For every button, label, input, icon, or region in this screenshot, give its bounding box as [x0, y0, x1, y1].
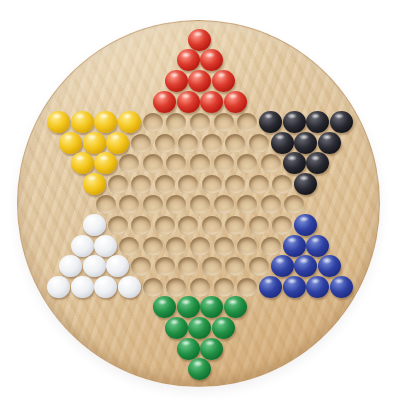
marble-blue[interactable] [330, 276, 353, 298]
board-hole[interactable] [65, 133, 77, 154]
marble-green[interactable] [177, 296, 200, 318]
hole-recess [214, 195, 234, 214]
hole-recess [155, 257, 175, 276]
marble-yellow[interactable] [83, 132, 106, 154]
board-hole[interactable] [335, 112, 347, 133]
hole-recess [166, 154, 186, 173]
hole-recess [143, 113, 163, 132]
board-hole[interactable] [53, 277, 65, 298]
marble-black[interactable] [283, 152, 306, 174]
hole-recess [190, 278, 210, 297]
board-hole[interactable] [124, 112, 136, 133]
marble-black[interactable] [271, 132, 294, 154]
board-hole[interactable] [241, 277, 253, 298]
hole-recess [249, 257, 269, 276]
marble-white[interactable] [83, 214, 106, 236]
hole-recess [225, 134, 245, 153]
board-hole[interactable] [147, 195, 159, 216]
board-hole[interactable] [171, 71, 183, 92]
board-hole[interactable] [112, 215, 124, 236]
board-hole[interactable] [241, 112, 253, 133]
board-hole[interactable] [159, 298, 171, 319]
board-hole[interactable] [112, 133, 124, 154]
chinese-checkers-board [17, 20, 380, 387]
board-hole[interactable] [229, 298, 241, 319]
board-hole[interactable] [159, 256, 171, 277]
board-hole[interactable] [194, 359, 206, 380]
marble-red[interactable] [212, 70, 235, 92]
board-hole[interactable] [124, 277, 136, 298]
board-hole[interactable] [288, 154, 300, 175]
hole-recess [119, 154, 139, 173]
board-hole[interactable] [88, 256, 100, 277]
hole-recess [166, 237, 186, 256]
board-hole[interactable] [77, 154, 89, 175]
board-hole[interactable] [265, 277, 277, 298]
marble-black[interactable] [318, 132, 341, 154]
board-hole[interactable] [182, 174, 194, 195]
marble-red[interactable] [224, 91, 247, 113]
marble-green[interactable] [177, 338, 200, 360]
hole-recess [178, 175, 198, 194]
board-hole[interactable] [276, 256, 288, 277]
hole-recess [237, 237, 257, 256]
board-hole[interactable] [88, 174, 100, 195]
marble-blue[interactable] [294, 214, 317, 236]
board-hole[interactable] [159, 215, 171, 236]
board-hole[interactable] [112, 256, 124, 277]
hole-recess [237, 113, 257, 132]
marble-blue[interactable] [306, 235, 329, 257]
board-hole[interactable] [265, 112, 277, 133]
board-hole[interactable] [182, 133, 194, 154]
marble-blue[interactable] [259, 276, 282, 298]
hole-recess [225, 175, 245, 194]
marble-black[interactable] [306, 152, 329, 174]
marble-white[interactable] [106, 255, 129, 277]
marble-white[interactable] [118, 276, 141, 298]
hole-recess [143, 237, 163, 256]
board-hole[interactable] [218, 112, 230, 133]
board-hole[interactable] [206, 339, 218, 360]
marble-white[interactable] [94, 276, 117, 298]
marble-blue[interactable] [318, 255, 341, 277]
marble-yellow[interactable] [118, 111, 141, 133]
board-hole[interactable] [312, 112, 324, 133]
hole-recess [131, 134, 151, 153]
board-hole[interactable] [53, 112, 65, 133]
board-hole[interactable] [100, 236, 112, 257]
marble-white[interactable] [94, 235, 117, 257]
hole-recess [202, 175, 222, 194]
marble-black[interactable] [283, 111, 306, 133]
board-hole[interactable] [323, 133, 335, 154]
board-hole[interactable] [182, 92, 194, 113]
board-hole[interactable] [77, 277, 89, 298]
hole-recess [143, 195, 163, 214]
board-hole[interactable] [300, 174, 312, 195]
board-hole[interactable] [206, 92, 218, 113]
hole-recess [155, 216, 175, 235]
hole-recess [261, 195, 281, 214]
marble-white[interactable] [83, 255, 106, 277]
board-hole[interactable] [182, 256, 194, 277]
marble-blue[interactable] [271, 255, 294, 277]
board-hole[interactable] [135, 256, 147, 277]
marble-red[interactable] [177, 91, 200, 113]
marble-blue[interactable] [283, 276, 306, 298]
marble-black[interactable] [330, 111, 353, 133]
hole-recess [143, 278, 163, 297]
hole-recess [202, 257, 222, 276]
board-hole[interactable] [100, 195, 112, 216]
board-hole[interactable] [147, 154, 159, 175]
board-hole[interactable] [241, 154, 253, 175]
marble-yellow[interactable] [94, 111, 117, 133]
marble-red[interactable] [188, 29, 211, 51]
board-hole[interactable] [159, 174, 171, 195]
hole-recess [214, 154, 234, 173]
board-hole[interactable] [147, 236, 159, 257]
hole-recess [131, 216, 151, 235]
marble-white[interactable] [71, 235, 94, 257]
board-hole[interactable] [182, 215, 194, 236]
marble-yellow[interactable] [71, 111, 94, 133]
hole-recess [190, 237, 210, 256]
board-hole[interactable] [194, 30, 206, 51]
board-hole[interactable] [229, 256, 241, 277]
board-hole[interactable] [171, 154, 183, 175]
marble-yellow[interactable] [71, 152, 94, 174]
hole-recess [284, 195, 304, 214]
board-hole[interactable] [206, 215, 218, 236]
board-hole[interactable] [88, 133, 100, 154]
hole-recess [166, 195, 186, 214]
board-hole[interactable] [147, 112, 159, 133]
board-hole[interactable] [288, 236, 300, 257]
board-hole[interactable] [194, 277, 206, 298]
hole-recess [178, 134, 198, 153]
marble-black[interactable] [294, 132, 317, 154]
marble-black[interactable] [259, 111, 282, 133]
board-hole[interactable] [253, 256, 265, 277]
hole-recess [237, 154, 257, 173]
marble-red[interactable] [200, 49, 223, 71]
board-hole[interactable] [206, 174, 218, 195]
board-hole[interactable] [276, 215, 288, 236]
board-hole[interactable] [182, 51, 194, 72]
board-hole[interactable] [135, 215, 147, 236]
marble-green[interactable] [212, 317, 235, 339]
board-hole[interactable] [112, 174, 124, 195]
board-hole[interactable] [147, 277, 159, 298]
board-hole[interactable] [194, 71, 206, 92]
board-hole[interactable] [276, 174, 288, 195]
hole-recess [225, 216, 245, 235]
board-hole[interactable] [206, 256, 218, 277]
board-hole[interactable] [218, 195, 230, 216]
marble-yellow[interactable] [94, 152, 117, 174]
hole-recess [202, 216, 222, 235]
hole-recess [119, 237, 139, 256]
board-hole[interactable] [182, 339, 194, 360]
board-hole[interactable] [300, 256, 312, 277]
marble-green[interactable] [200, 338, 223, 360]
hole-recess [225, 257, 245, 276]
board-hole[interactable] [194, 195, 206, 216]
marble-red[interactable] [200, 91, 223, 113]
hole-recess [249, 134, 269, 153]
hole-recess [155, 134, 175, 153]
marble-yellow[interactable] [83, 173, 106, 195]
board-hole[interactable] [88, 215, 100, 236]
board-grid [53, 30, 347, 380]
board-hole[interactable] [229, 215, 241, 236]
board-hole[interactable] [218, 71, 230, 92]
board-hole[interactable] [124, 154, 136, 175]
hole-recess [166, 113, 186, 132]
marble-red[interactable] [165, 70, 188, 92]
marble-black[interactable] [306, 111, 329, 133]
board-hole[interactable] [335, 277, 347, 298]
board-hole[interactable] [253, 133, 265, 154]
hole-recess [237, 195, 257, 214]
hole-recess [178, 216, 198, 235]
board-hole[interactable] [312, 236, 324, 257]
marble-green[interactable] [153, 296, 176, 318]
board-hole[interactable] [194, 154, 206, 175]
board-hole[interactable] [288, 277, 300, 298]
board-hole[interactable] [241, 236, 253, 257]
marble-white[interactable] [59, 255, 82, 277]
marble-red[interactable] [188, 70, 211, 92]
board-hole[interactable] [276, 133, 288, 154]
board-hole[interactable] [229, 174, 241, 195]
board-hole[interactable] [253, 215, 265, 236]
marble-white[interactable] [47, 276, 70, 298]
marble-blue[interactable] [306, 276, 329, 298]
board-hole[interactable] [265, 236, 277, 257]
board-hole[interactable] [171, 112, 183, 133]
marble-red[interactable] [153, 91, 176, 113]
board-hole[interactable] [206, 51, 218, 72]
board-hole[interactable] [253, 174, 265, 195]
board-hole[interactable] [100, 277, 112, 298]
hole-recess [190, 154, 210, 173]
board-hole[interactable] [218, 236, 230, 257]
board-hole[interactable] [323, 256, 335, 277]
board-hole[interactable] [300, 133, 312, 154]
marble-blue[interactable] [294, 255, 317, 277]
marble-green[interactable] [224, 296, 247, 318]
hole-recess [261, 237, 281, 256]
hole-recess [214, 278, 234, 297]
board-hole[interactable] [288, 195, 300, 216]
board-hole[interactable] [265, 195, 277, 216]
hole-recess [178, 257, 198, 276]
hole-recess [96, 195, 116, 214]
hole-recess [143, 154, 163, 173]
board-hole[interactable] [65, 256, 77, 277]
board-hole[interactable] [159, 133, 171, 154]
board-hole[interactable] [182, 298, 194, 319]
hole-recess [237, 278, 257, 297]
board-hole[interactable] [312, 277, 324, 298]
hole-recess [155, 175, 175, 194]
board-hole[interactable] [288, 112, 300, 133]
board-hole[interactable] [124, 195, 136, 216]
marble-green[interactable] [200, 296, 223, 318]
hole-recess [261, 154, 281, 173]
board-hole[interactable] [265, 154, 277, 175]
hole-recess [131, 175, 151, 194]
hole-recess [190, 113, 210, 132]
board-hole[interactable] [100, 154, 112, 175]
marble-green[interactable] [165, 317, 188, 339]
board-hole[interactable] [206, 133, 218, 154]
hole-recess [214, 113, 234, 132]
board-hole[interactable] [159, 92, 171, 113]
hole-recess [108, 216, 128, 235]
marble-red[interactable] [177, 49, 200, 71]
hole-recess [272, 216, 292, 235]
marble-green[interactable] [188, 317, 211, 339]
board-hole[interactable] [312, 154, 324, 175]
board-hole[interactable] [194, 236, 206, 257]
hole-recess [272, 175, 292, 194]
hole-recess [166, 278, 186, 297]
hole-recess [119, 195, 139, 214]
board-hole[interactable] [229, 133, 241, 154]
board-hole[interactable] [135, 133, 147, 154]
board-hole[interactable] [218, 154, 230, 175]
hole-recess [131, 257, 151, 276]
marble-black[interactable] [294, 173, 317, 195]
hole-recess [190, 195, 210, 214]
marble-yellow[interactable] [106, 132, 129, 154]
product-photo [0, 0, 400, 400]
marble-blue[interactable] [283, 235, 306, 257]
board-hole[interactable] [77, 236, 89, 257]
hole-recess [202, 134, 222, 153]
board-hole[interactable] [194, 112, 206, 133]
board-hole[interactable] [194, 318, 206, 339]
hole-recess [214, 237, 234, 256]
hole-recess [249, 216, 269, 235]
board-hole[interactable] [206, 298, 218, 319]
board-hole[interactable] [171, 318, 183, 339]
board-hole[interactable] [124, 236, 136, 257]
board-hole[interactable] [229, 92, 241, 113]
hole-recess [249, 175, 269, 194]
board-hole[interactable] [300, 215, 312, 236]
marble-green[interactable] [188, 358, 211, 380]
marble-yellow[interactable] [59, 132, 82, 154]
marble-yellow[interactable] [47, 111, 70, 133]
board-hole[interactable] [100, 112, 112, 133]
board-hole[interactable] [241, 195, 253, 216]
board-hole[interactable] [171, 236, 183, 257]
board-hole[interactable] [218, 277, 230, 298]
hole-recess [108, 175, 128, 194]
marble-white[interactable] [71, 276, 94, 298]
board-hole[interactable] [171, 195, 183, 216]
board-hole[interactable] [218, 318, 230, 339]
board-hole[interactable] [77, 112, 89, 133]
board-hole[interactable] [135, 174, 147, 195]
board-hole[interactable] [171, 277, 183, 298]
